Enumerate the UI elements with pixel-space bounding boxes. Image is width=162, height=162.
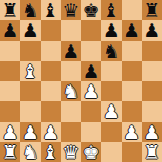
square-b7[interactable]: ♟ (20, 20, 40, 40)
square-f8[interactable]: ♝ (101, 0, 121, 20)
square-h4[interactable] (142, 81, 162, 101)
square-d1[interactable]: ♛ (61, 142, 81, 162)
piece-black-rook[interactable]: ♜ (2, 0, 19, 20)
chess-board-container: ♜♞♝♛♚♝♜♟♟♟♟♟♟♞♝♟♞♟♟♟♟♟♟♟♜♞♝♛♚♜ (0, 0, 162, 162)
square-b5[interactable]: ♝ (20, 61, 40, 81)
square-c7[interactable] (41, 20, 61, 40)
square-g4[interactable] (122, 81, 142, 101)
square-d4[interactable]: ♞ (61, 81, 81, 101)
piece-white-rook[interactable]: ♜ (143, 142, 160, 162)
square-b8[interactable]: ♞ (20, 0, 40, 20)
square-a7[interactable]: ♟ (0, 20, 20, 40)
square-e4[interactable]: ♟ (81, 81, 101, 101)
square-c8[interactable]: ♝ (41, 0, 61, 20)
square-e3[interactable] (81, 101, 101, 121)
square-e6[interactable] (81, 41, 101, 61)
square-h3[interactable] (142, 101, 162, 121)
square-c6[interactable] (41, 41, 61, 61)
piece-black-pawn[interactable]: ♟ (62, 41, 79, 61)
square-h1[interactable]: ♜ (142, 142, 162, 162)
square-g8[interactable] (122, 0, 142, 20)
square-f6[interactable]: ♞ (101, 41, 121, 61)
square-b2[interactable]: ♟ (20, 122, 40, 142)
piece-white-king[interactable]: ♚ (83, 142, 100, 162)
square-g1[interactable] (122, 142, 142, 162)
square-d6[interactable]: ♟ (61, 41, 81, 61)
piece-black-queen[interactable]: ♛ (62, 0, 79, 20)
square-e5[interactable]: ♟ (81, 61, 101, 81)
piece-black-pawn[interactable]: ♟ (123, 20, 140, 40)
square-b1[interactable]: ♞ (20, 142, 40, 162)
square-d2[interactable] (61, 122, 81, 142)
piece-white-rook[interactable]: ♜ (2, 142, 19, 162)
square-a4[interactable] (0, 81, 20, 101)
square-a6[interactable] (0, 41, 20, 61)
square-c3[interactable] (41, 101, 61, 121)
square-f3[interactable]: ♟ (101, 101, 121, 121)
square-g2[interactable]: ♟ (122, 122, 142, 142)
square-c4[interactable] (41, 81, 61, 101)
piece-black-king[interactable]: ♚ (83, 0, 100, 20)
square-e8[interactable]: ♚ (81, 0, 101, 20)
piece-white-pawn[interactable]: ♟ (123, 122, 140, 142)
square-h2[interactable]: ♟ (142, 122, 162, 142)
piece-black-pawn[interactable]: ♟ (22, 20, 39, 40)
square-f2[interactable] (101, 122, 121, 142)
square-c1[interactable]: ♝ (41, 142, 61, 162)
square-h6[interactable] (142, 41, 162, 61)
piece-black-pawn[interactable]: ♟ (143, 20, 160, 40)
square-d5[interactable] (61, 61, 81, 81)
square-f5[interactable] (101, 61, 121, 81)
piece-black-rook[interactable]: ♜ (143, 0, 160, 20)
piece-white-pawn[interactable]: ♟ (22, 122, 39, 142)
piece-black-knight[interactable]: ♞ (22, 0, 39, 20)
square-f4[interactable] (101, 81, 121, 101)
square-f7[interactable]: ♟ (101, 20, 121, 40)
piece-white-pawn[interactable]: ♟ (2, 122, 19, 142)
square-c5[interactable] (41, 61, 61, 81)
piece-white-knight[interactable]: ♞ (22, 142, 39, 162)
piece-white-pawn[interactable]: ♟ (83, 81, 100, 101)
square-a3[interactable] (0, 101, 20, 121)
piece-black-pawn[interactable]: ♟ (103, 20, 120, 40)
piece-white-queen[interactable]: ♛ (62, 142, 79, 162)
piece-white-knight[interactable]: ♞ (62, 81, 79, 101)
piece-black-bishop[interactable]: ♝ (42, 0, 59, 20)
square-e7[interactable] (81, 20, 101, 40)
piece-white-pawn[interactable]: ♟ (143, 122, 160, 142)
square-a1[interactable]: ♜ (0, 142, 20, 162)
square-h5[interactable] (142, 61, 162, 81)
square-b4[interactable] (20, 81, 40, 101)
square-d8[interactable]: ♛ (61, 0, 81, 20)
square-g6[interactable] (122, 41, 142, 61)
piece-white-bishop[interactable]: ♝ (22, 61, 39, 81)
square-b3[interactable] (20, 101, 40, 121)
piece-black-bishop[interactable]: ♝ (103, 0, 120, 20)
square-h8[interactable]: ♜ (142, 0, 162, 20)
piece-black-pawn[interactable]: ♟ (2, 20, 19, 40)
square-g7[interactable]: ♟ (122, 20, 142, 40)
piece-black-knight[interactable]: ♞ (103, 41, 120, 61)
square-d7[interactable] (61, 20, 81, 40)
square-d3[interactable] (61, 101, 81, 121)
square-b6[interactable] (20, 41, 40, 61)
square-e2[interactable] (81, 122, 101, 142)
square-f1[interactable] (101, 142, 121, 162)
square-e1[interactable]: ♚ (81, 142, 101, 162)
piece-white-pawn[interactable]: ♟ (103, 101, 120, 121)
chess-board: ♜♞♝♛♚♝♜♟♟♟♟♟♟♞♝♟♞♟♟♟♟♟♟♟♜♞♝♛♚♜ (0, 0, 162, 162)
square-g5[interactable] (122, 61, 142, 81)
piece-white-bishop[interactable]: ♝ (42, 142, 59, 162)
square-h7[interactable]: ♟ (142, 20, 162, 40)
square-c2[interactable]: ♟ (41, 122, 61, 142)
square-a5[interactable] (0, 61, 20, 81)
square-a8[interactable]: ♜ (0, 0, 20, 20)
piece-black-pawn[interactable]: ♟ (83, 61, 100, 81)
square-a2[interactable]: ♟ (0, 122, 20, 142)
piece-white-pawn[interactable]: ♟ (42, 122, 59, 142)
square-g3[interactable] (122, 101, 142, 121)
